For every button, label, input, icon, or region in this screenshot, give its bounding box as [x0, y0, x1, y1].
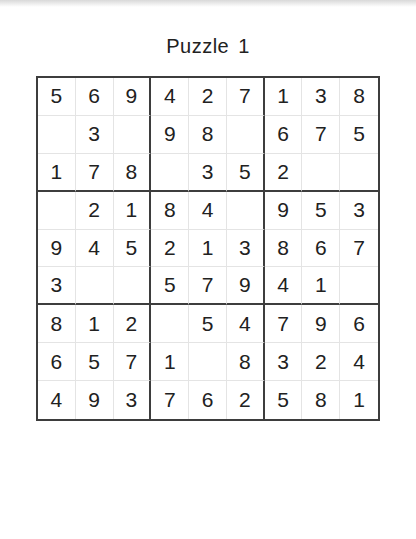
sudoku-cell-r2c9[interactable]: 5: [340, 116, 378, 154]
sudoku-cell-r5c7[interactable]: 8: [265, 230, 303, 268]
puzzle-title: Puzzle1: [0, 31, 416, 61]
sudoku-cell-r5c3[interactable]: 5: [114, 230, 152, 268]
sudoku-cell-r4c1[interactable]: [38, 192, 76, 230]
sudoku-cell-r8c9[interactable]: 4: [340, 343, 378, 381]
sudoku-cell-r7c7[interactable]: 7: [265, 305, 303, 343]
sudoku-cell-r3c8[interactable]: [302, 154, 340, 192]
sudoku-cell-r6c1[interactable]: 3: [38, 267, 76, 305]
sudoku-cell-r9c7[interactable]: 5: [265, 381, 303, 419]
sudoku-cell-r1c8[interactable]: 3: [302, 78, 340, 116]
sudoku-cell-r3c7[interactable]: 2: [265, 154, 303, 192]
sudoku-cell-r8c8[interactable]: 2: [302, 343, 340, 381]
sudoku-cell-r7c6[interactable]: 4: [227, 305, 265, 343]
sudoku-cell-r1c3[interactable]: 9: [114, 78, 152, 116]
sudoku-cell-r8c7[interactable]: 3: [265, 343, 303, 381]
sudoku-cell-r1c5[interactable]: 2: [189, 78, 227, 116]
sudoku-cell-r2c2[interactable]: 3: [76, 116, 114, 154]
sudoku-cell-r4c7[interactable]: 9: [265, 192, 303, 230]
sudoku-cell-r8c5[interactable]: [189, 343, 227, 381]
sudoku-cell-r6c4[interactable]: 5: [151, 267, 189, 305]
sudoku-cell-r9c2[interactable]: 9: [76, 381, 114, 419]
sudoku-cell-r8c1[interactable]: 6: [38, 343, 76, 381]
sudoku-cell-r4c3[interactable]: 1: [114, 192, 152, 230]
sudoku-cell-r9c5[interactable]: 6: [189, 381, 227, 419]
sudoku-cell-r9c3[interactable]: 3: [114, 381, 152, 419]
sudoku-cell-r6c9[interactable]: [340, 267, 378, 305]
sudoku-cell-r1c2[interactable]: 6: [76, 78, 114, 116]
sudoku-cell-r6c5[interactable]: 7: [189, 267, 227, 305]
sudoku-cell-r8c2[interactable]: 5: [76, 343, 114, 381]
sudoku-cell-r6c2[interactable]: [76, 267, 114, 305]
sudoku-cell-r5c9[interactable]: 7: [340, 230, 378, 268]
sudoku-page: Puzzle1 56942713839867517835221849539452…: [0, 0, 416, 539]
sudoku-cell-r7c1[interactable]: 8: [38, 305, 76, 343]
sudoku-cell-r1c1[interactable]: 5: [38, 78, 76, 116]
sudoku-board: 5694271383986751783522184953945213867357…: [36, 76, 380, 421]
sudoku-cell-r9c8[interactable]: 8: [302, 381, 340, 419]
sudoku-cell-r3c1[interactable]: 1: [38, 154, 76, 192]
sudoku-cell-r4c4[interactable]: 8: [151, 192, 189, 230]
sudoku-cell-r7c5[interactable]: 5: [189, 305, 227, 343]
sudoku-cell-r3c6[interactable]: 5: [227, 154, 265, 192]
sudoku-cell-r7c9[interactable]: 6: [340, 305, 378, 343]
sudoku-cell-r3c3[interactable]: 8: [114, 154, 152, 192]
sudoku-cell-r5c1[interactable]: 9: [38, 230, 76, 268]
sudoku-cell-r2c4[interactable]: 9: [151, 116, 189, 154]
sudoku-cell-r8c4[interactable]: 1: [151, 343, 189, 381]
sudoku-cell-r3c9[interactable]: [340, 154, 378, 192]
sudoku-cell-r9c6[interactable]: 2: [227, 381, 265, 419]
sudoku-cell-r5c6[interactable]: 3: [227, 230, 265, 268]
sudoku-cell-r9c9[interactable]: 1: [340, 381, 378, 419]
sudoku-cell-r5c4[interactable]: 2: [151, 230, 189, 268]
sudoku-cell-r2c5[interactable]: 8: [189, 116, 227, 154]
sudoku-cell-r4c5[interactable]: 4: [189, 192, 227, 230]
sudoku-cell-r9c1[interactable]: 4: [38, 381, 76, 419]
sudoku-cell-r4c8[interactable]: 5: [302, 192, 340, 230]
sudoku-cell-r6c3[interactable]: [114, 267, 152, 305]
sudoku-cell-r2c7[interactable]: 6: [265, 116, 303, 154]
sudoku-cell-r3c2[interactable]: 7: [76, 154, 114, 192]
sudoku-cell-r6c8[interactable]: 1: [302, 267, 340, 305]
puzzle-number: 1: [238, 35, 250, 57]
sudoku-cell-r5c5[interactable]: 1: [189, 230, 227, 268]
sudoku-cell-r5c2[interactable]: 4: [76, 230, 114, 268]
sudoku-cell-r8c6[interactable]: 8: [227, 343, 265, 381]
sudoku-cell-r7c8[interactable]: 9: [302, 305, 340, 343]
appbar-shadow: [0, 0, 416, 7]
sudoku-cell-r2c6[interactable]: [227, 116, 265, 154]
sudoku-cell-r1c7[interactable]: 1: [265, 78, 303, 116]
sudoku-cell-r8c3[interactable]: 7: [114, 343, 152, 381]
puzzle-title-word: Puzzle: [166, 35, 229, 57]
sudoku-cell-r3c4[interactable]: [151, 154, 189, 192]
sudoku-cell-r4c9[interactable]: 3: [340, 192, 378, 230]
sudoku-cell-r1c6[interactable]: 7: [227, 78, 265, 116]
sudoku-cell-r3c5[interactable]: 3: [189, 154, 227, 192]
sudoku-cell-r7c2[interactable]: 1: [76, 305, 114, 343]
sudoku-cell-r4c6[interactable]: [227, 192, 265, 230]
sudoku-cell-r1c4[interactable]: 4: [151, 78, 189, 116]
sudoku-cell-r5c8[interactable]: 6: [302, 230, 340, 268]
sudoku-cell-r1c9[interactable]: 8: [340, 78, 378, 116]
sudoku-cell-r9c4[interactable]: 7: [151, 381, 189, 419]
sudoku-cell-r2c1[interactable]: [38, 116, 76, 154]
sudoku-cell-r4c2[interactable]: 2: [76, 192, 114, 230]
sudoku-cell-r2c3[interactable]: [114, 116, 152, 154]
sudoku-cell-r6c6[interactable]: 9: [227, 267, 265, 305]
sudoku-cell-r7c4[interactable]: [151, 305, 189, 343]
sudoku-cell-r6c7[interactable]: 4: [265, 267, 303, 305]
sudoku-cell-r2c8[interactable]: 7: [302, 116, 340, 154]
sudoku-cell-r7c3[interactable]: 2: [114, 305, 152, 343]
